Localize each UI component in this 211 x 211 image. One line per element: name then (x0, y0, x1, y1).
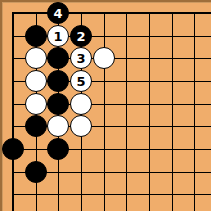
stone-black: 2 (70, 25, 92, 47)
move-number: 3 (76, 51, 85, 64)
stone-black (2, 138, 24, 160)
board-edge-line-top (12, 12, 211, 14)
grid-line-vertical (172, 12, 173, 211)
move-number: 2 (76, 29, 85, 42)
stone-white (25, 93, 47, 115)
grid-line-vertical (126, 12, 127, 211)
grid-line-vertical (104, 12, 105, 211)
board-edge-line-left (12, 12, 14, 211)
grid-line-vertical (194, 12, 195, 211)
stone-white (93, 47, 115, 69)
go-board: 41235 (0, 0, 211, 211)
stone-white: 5 (70, 70, 92, 92)
stone-black (25, 161, 47, 183)
stone-black (47, 93, 69, 115)
stone-black (47, 70, 69, 92)
stone-white (47, 115, 69, 137)
stone-white (70, 93, 92, 115)
move-number: 1 (53, 29, 62, 42)
stone-white: 3 (70, 47, 92, 69)
stone-black (25, 25, 47, 47)
stone-black (47, 47, 69, 69)
stone-white (70, 115, 92, 137)
move-number: 5 (76, 74, 85, 87)
grid-line-vertical (149, 12, 150, 211)
grid-line-horizontal (12, 194, 211, 195)
stone-black: 4 (47, 2, 69, 24)
stone-white (25, 70, 47, 92)
stone-black (25, 115, 47, 137)
stone-white (25, 47, 47, 69)
move-number: 4 (53, 6, 62, 19)
grid-line-horizontal (12, 149, 211, 150)
stone-black (47, 138, 69, 160)
stone-white: 1 (47, 25, 69, 47)
